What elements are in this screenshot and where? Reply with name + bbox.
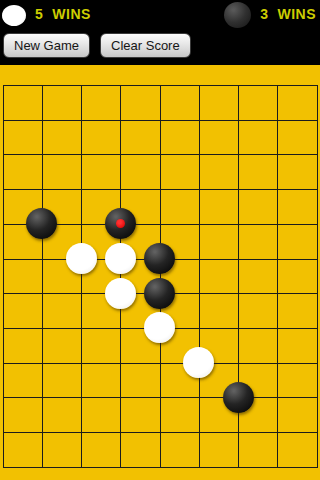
white-score: 5 WINS xyxy=(2,3,91,26)
white-stone xyxy=(105,278,136,309)
white-stone xyxy=(105,243,136,274)
black-score: 3 WINS xyxy=(224,0,316,28)
black-stone xyxy=(223,382,254,413)
clear-score-button[interactable]: Clear Score xyxy=(100,33,191,58)
grid-line-vertical xyxy=(42,85,43,468)
grid-line-vertical xyxy=(3,85,4,468)
new-game-button[interactable]: New Game xyxy=(3,33,90,58)
white-wins-count: 5 xyxy=(35,6,43,22)
grid-line-vertical xyxy=(120,85,121,468)
board[interactable] xyxy=(0,65,320,480)
grid-line-vertical xyxy=(317,85,318,468)
grid-line-vertical xyxy=(199,85,200,468)
white-stone xyxy=(183,347,214,378)
black-wins-count: 3 xyxy=(260,6,268,22)
grid-line-vertical xyxy=(81,85,82,468)
black-stone xyxy=(144,278,175,309)
white-stone xyxy=(144,312,175,343)
black-stone xyxy=(26,208,57,239)
score-row: 5 WINS 3 WINS xyxy=(0,0,320,28)
white-stone xyxy=(66,243,97,274)
black-wins-label: WINS xyxy=(277,6,316,22)
gomoku-app: 5 WINS 3 WINS New Game Clear Score xyxy=(0,0,320,480)
white-wins-label: WINS xyxy=(52,6,91,22)
header: 5 WINS 3 WINS New Game Clear Score xyxy=(0,0,320,65)
white-stone-icon xyxy=(2,5,26,26)
black-stone xyxy=(144,243,175,274)
grid-line-vertical xyxy=(277,85,278,468)
grid-line-vertical xyxy=(160,85,161,468)
last-move-marker xyxy=(116,219,125,228)
black-stone xyxy=(105,208,136,239)
button-row: New Game Clear Score xyxy=(3,33,191,58)
black-stone-icon xyxy=(224,2,251,28)
